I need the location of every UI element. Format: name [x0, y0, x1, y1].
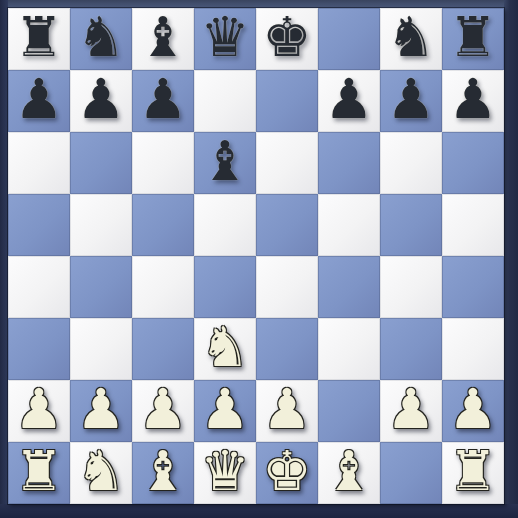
- piece-black-queen[interactable]: ♛: [200, 10, 249, 65]
- square-g2[interactable]: ♟: [380, 380, 442, 442]
- piece-white-queen[interactable]: ♛: [200, 444, 249, 499]
- square-h7[interactable]: ♟: [442, 70, 504, 132]
- chess-board: ♜♞♝♛♚♞♜♟♟♟♟♟♟♝♞♟♟♟♟♟♟♟♜♞♝♛♚♝♜: [8, 8, 504, 504]
- square-e1[interactable]: ♚: [256, 442, 318, 504]
- piece-white-pawn[interactable]: ♟: [448, 382, 497, 437]
- square-h3[interactable]: [442, 318, 504, 380]
- square-b7[interactable]: ♟: [70, 70, 132, 132]
- square-c4[interactable]: [132, 256, 194, 318]
- square-b6[interactable]: [70, 132, 132, 194]
- piece-black-bishop[interactable]: ♝: [200, 134, 249, 189]
- square-f5[interactable]: [318, 194, 380, 256]
- square-b8[interactable]: ♞: [70, 8, 132, 70]
- square-f1[interactable]: ♝: [318, 442, 380, 504]
- piece-black-knight[interactable]: ♞: [386, 10, 435, 65]
- square-a3[interactable]: [8, 318, 70, 380]
- square-h8[interactable]: ♜: [442, 8, 504, 70]
- square-f3[interactable]: [318, 318, 380, 380]
- piece-black-pawn[interactable]: ♟: [138, 72, 187, 127]
- square-e4[interactable]: [256, 256, 318, 318]
- square-e6[interactable]: [256, 132, 318, 194]
- square-a4[interactable]: [8, 256, 70, 318]
- square-g6[interactable]: [380, 132, 442, 194]
- square-d3[interactable]: ♞: [194, 318, 256, 380]
- square-d4[interactable]: [194, 256, 256, 318]
- board-frame-left: [0, 0, 8, 518]
- square-b1[interactable]: ♞: [70, 442, 132, 504]
- square-g8[interactable]: ♞: [380, 8, 442, 70]
- square-e3[interactable]: [256, 318, 318, 380]
- square-c6[interactable]: [132, 132, 194, 194]
- board-frame-bottom: [0, 504, 518, 518]
- square-g4[interactable]: [380, 256, 442, 318]
- square-d8[interactable]: ♛: [194, 8, 256, 70]
- square-f7[interactable]: ♟: [318, 70, 380, 132]
- piece-white-pawn[interactable]: ♟: [386, 382, 435, 437]
- piece-black-pawn[interactable]: ♟: [76, 72, 125, 127]
- piece-white-pawn[interactable]: ♟: [76, 382, 125, 437]
- square-d6[interactable]: ♝: [194, 132, 256, 194]
- piece-white-rook[interactable]: ♜: [448, 444, 497, 499]
- square-h1[interactable]: ♜: [442, 442, 504, 504]
- piece-white-bishop[interactable]: ♝: [138, 444, 187, 499]
- piece-white-pawn[interactable]: ♟: [200, 382, 249, 437]
- piece-white-pawn[interactable]: ♟: [262, 382, 311, 437]
- square-c5[interactable]: [132, 194, 194, 256]
- square-g3[interactable]: [380, 318, 442, 380]
- square-h5[interactable]: [442, 194, 504, 256]
- square-a6[interactable]: [8, 132, 70, 194]
- piece-white-pawn[interactable]: ♟: [14, 382, 63, 437]
- square-c1[interactable]: ♝: [132, 442, 194, 504]
- piece-black-pawn[interactable]: ♟: [448, 72, 497, 127]
- piece-white-king[interactable]: ♚: [262, 444, 311, 499]
- piece-black-bishop[interactable]: ♝: [138, 10, 187, 65]
- square-a1[interactable]: ♜: [8, 442, 70, 504]
- square-e5[interactable]: [256, 194, 318, 256]
- square-a7[interactable]: ♟: [8, 70, 70, 132]
- piece-white-knight[interactable]: ♞: [76, 444, 125, 499]
- piece-white-rook[interactable]: ♜: [14, 444, 63, 499]
- square-b2[interactable]: ♟: [70, 380, 132, 442]
- square-b5[interactable]: [70, 194, 132, 256]
- piece-black-pawn[interactable]: ♟: [324, 72, 373, 127]
- piece-white-bishop[interactable]: ♝: [324, 444, 373, 499]
- piece-black-pawn[interactable]: ♟: [386, 72, 435, 127]
- square-b4[interactable]: [70, 256, 132, 318]
- square-f4[interactable]: [318, 256, 380, 318]
- square-c2[interactable]: ♟: [132, 380, 194, 442]
- piece-black-knight[interactable]: ♞: [76, 10, 125, 65]
- square-f6[interactable]: [318, 132, 380, 194]
- square-e8[interactable]: ♚: [256, 8, 318, 70]
- square-h4[interactable]: [442, 256, 504, 318]
- square-a2[interactable]: ♟: [8, 380, 70, 442]
- square-d7[interactable]: [194, 70, 256, 132]
- chess-app-window: ♜♞♝♛♚♞♜♟♟♟♟♟♟♝♞♟♟♟♟♟♟♟♜♞♝♛♚♝♜: [0, 0, 518, 518]
- square-g1[interactable]: [380, 442, 442, 504]
- square-h6[interactable]: [442, 132, 504, 194]
- square-a5[interactable]: [8, 194, 70, 256]
- piece-black-rook[interactable]: ♜: [14, 10, 63, 65]
- square-b3[interactable]: [70, 318, 132, 380]
- square-e2[interactable]: ♟: [256, 380, 318, 442]
- piece-white-pawn[interactable]: ♟: [138, 382, 187, 437]
- square-d2[interactable]: ♟: [194, 380, 256, 442]
- square-h2[interactable]: ♟: [442, 380, 504, 442]
- square-c3[interactable]: [132, 318, 194, 380]
- piece-black-rook[interactable]: ♜: [448, 10, 497, 65]
- square-g7[interactable]: ♟: [380, 70, 442, 132]
- square-f8[interactable]: [318, 8, 380, 70]
- board-frame-right: [504, 0, 518, 518]
- square-e7[interactable]: [256, 70, 318, 132]
- square-f2[interactable]: [318, 380, 380, 442]
- square-d5[interactable]: [194, 194, 256, 256]
- square-a8[interactable]: ♜: [8, 8, 70, 70]
- square-c8[interactable]: ♝: [132, 8, 194, 70]
- piece-black-king[interactable]: ♚: [262, 10, 311, 65]
- square-d1[interactable]: ♛: [194, 442, 256, 504]
- square-g5[interactable]: [380, 194, 442, 256]
- piece-white-knight[interactable]: ♞: [200, 320, 249, 375]
- square-c7[interactable]: ♟: [132, 70, 194, 132]
- piece-black-pawn[interactable]: ♟: [14, 72, 63, 127]
